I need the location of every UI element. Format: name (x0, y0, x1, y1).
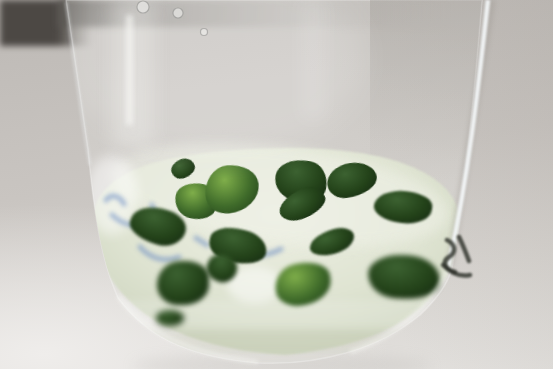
condensation-bright-line (126, 15, 133, 125)
condensation-droplet (201, 29, 208, 36)
jar-bottom-rim-right (350, 268, 448, 352)
condensation-streak-2 (300, 0, 326, 120)
ink-stroke (459, 237, 469, 261)
tissue-culture-photo (0, 0, 553, 369)
jar-bottom-rim-left (118, 296, 258, 362)
glass-highlights-layer (0, 0, 553, 369)
condensation-droplet (173, 8, 183, 18)
condensation-droplet (137, 1, 149, 13)
